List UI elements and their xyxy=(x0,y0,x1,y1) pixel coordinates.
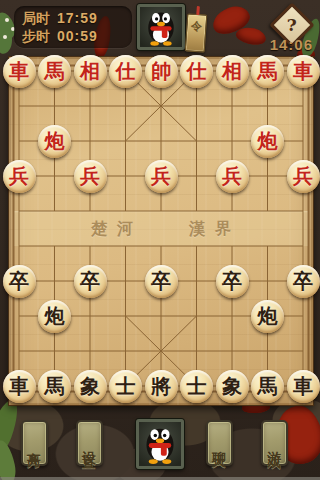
game-time-label: 局时 xyxy=(22,11,50,25)
piece-black-卒[interactable]: 卒 xyxy=(3,265,36,298)
koi-fish-decoration xyxy=(209,2,253,38)
flower-decoration xyxy=(5,18,9,22)
piece-red-帥[interactable]: 帥 xyxy=(145,55,178,88)
piece-black-卒[interactable]: 卒 xyxy=(145,265,178,298)
flower-decoration xyxy=(3,35,7,39)
move-time-row: 步时 00:59 xyxy=(22,29,124,43)
piece-black-士[interactable]: 士 xyxy=(109,370,142,403)
chat-button[interactable]: 聊天 xyxy=(206,420,233,466)
koi-fish-decoration xyxy=(235,25,268,47)
settings-button[interactable]: 设置 xyxy=(76,420,103,466)
piece-red-相[interactable]: 相 xyxy=(74,55,107,88)
piece-black-馬[interactable]: 馬 xyxy=(38,370,71,403)
piece-red-兵[interactable]: 兵 xyxy=(3,160,36,193)
piece-red-仕[interactable]: 仕 xyxy=(109,55,142,88)
pieces-layer[interactable]: 車馬相仕帥仕相馬車炮炮兵兵兵兵兵卒卒卒卒卒炮炮車馬象士將士象馬車 xyxy=(9,57,313,405)
bamboo-decoration xyxy=(0,439,18,480)
piece-black-炮[interactable]: 炮 xyxy=(251,300,284,333)
piece-red-馬[interactable]: 馬 xyxy=(251,55,284,88)
piece-black-象[interactable]: 象 xyxy=(216,370,249,403)
system-clock: 14:06 xyxy=(270,36,313,53)
qq-penguin-icon xyxy=(142,424,178,464)
piece-black-卒[interactable]: 卒 xyxy=(216,265,249,298)
qq-penguin-icon xyxy=(144,8,178,46)
opponent-avatar[interactable] xyxy=(137,4,185,50)
move-time-value: 00:59 xyxy=(57,29,98,43)
xiangqi-board[interactable]: 楚河 漢界 車馬相仕帥仕相馬車炮炮兵兵兵兵兵卒卒卒卒卒炮炮車馬象士將士象馬車 xyxy=(8,56,314,406)
game-button[interactable]: 游戏 xyxy=(261,420,288,466)
piece-red-兵[interactable]: 兵 xyxy=(145,160,178,193)
player-avatar[interactable] xyxy=(136,419,184,469)
question-icon: ? xyxy=(287,17,297,34)
command-token-icon: 令 xyxy=(185,13,208,52)
timer-panel: 局时 17:59 步时 00:59 xyxy=(14,6,132,48)
piece-black-卒[interactable]: 卒 xyxy=(287,265,320,298)
piece-black-車[interactable]: 車 xyxy=(287,370,320,403)
chat-button-label: 聊天 xyxy=(213,440,227,446)
piece-black-卒[interactable]: 卒 xyxy=(74,265,107,298)
piece-red-仕[interactable]: 仕 xyxy=(180,55,213,88)
piece-red-馬[interactable]: 馬 xyxy=(38,55,71,88)
piece-red-兵[interactable]: 兵 xyxy=(74,160,107,193)
piece-black-士[interactable]: 士 xyxy=(180,370,213,403)
leave-button-label: 离开 xyxy=(28,440,42,446)
token-glyph: 令 xyxy=(190,19,202,35)
move-time-label: 步时 xyxy=(22,29,50,43)
piece-black-象[interactable]: 象 xyxy=(74,370,107,403)
piece-red-兵[interactable]: 兵 xyxy=(287,160,320,193)
leave-button[interactable]: 离开 xyxy=(21,420,48,466)
piece-red-相[interactable]: 相 xyxy=(216,55,249,88)
plant-decoration xyxy=(0,29,15,56)
piece-black-車[interactable]: 車 xyxy=(3,370,36,403)
settings-button-label: 设置 xyxy=(83,440,97,446)
piece-red-炮[interactable]: 炮 xyxy=(38,125,71,158)
piece-red-車[interactable]: 車 xyxy=(3,55,36,88)
piece-black-炮[interactable]: 炮 xyxy=(38,300,71,333)
game-time-value: 17:59 xyxy=(57,11,98,25)
piece-red-車[interactable]: 車 xyxy=(287,55,320,88)
piece-red-炮[interactable]: 炮 xyxy=(251,125,284,158)
xiangqi-game-screen: 局时 17:59 步时 00:59 令 ? 14:06 楚河 漢界 車馬相仕帥仕… xyxy=(0,0,320,480)
game-time-row: 局时 17:59 xyxy=(22,11,124,25)
piece-black-將[interactable]: 將 xyxy=(145,370,178,403)
piece-black-馬[interactable]: 馬 xyxy=(251,370,284,403)
game-button-label: 游戏 xyxy=(268,440,282,446)
piece-red-兵[interactable]: 兵 xyxy=(216,160,249,193)
